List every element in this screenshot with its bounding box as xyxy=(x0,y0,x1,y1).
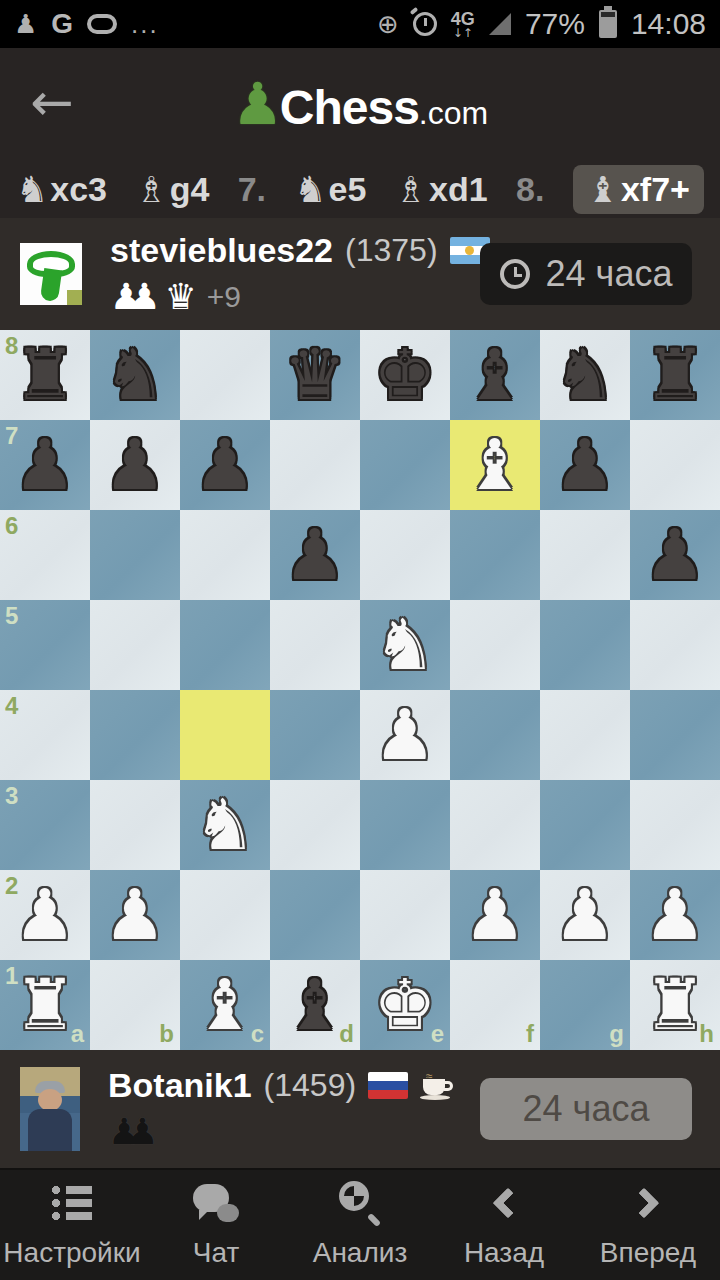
square-e3[interactable] xyxy=(360,780,450,870)
black-pawn-c7[interactable]: ♟ xyxy=(194,420,257,510)
square-d2[interactable] xyxy=(270,870,360,960)
rank-label-3: 3 xyxy=(5,782,18,810)
square-g2[interactable]: ♟ xyxy=(540,870,630,960)
square-f2[interactable]: ♟ xyxy=(450,870,540,960)
square-b5[interactable] xyxy=(90,600,180,690)
rank-label-4: 4 xyxy=(5,692,18,720)
square-d1[interactable]: d♝ xyxy=(270,960,360,1050)
logo-pawn-icon: ♟ xyxy=(232,70,284,138)
black-pawn-g7[interactable]: ♟ xyxy=(554,420,617,510)
square-b2[interactable]: ♟ xyxy=(90,870,180,960)
square-a8[interactable]: 8♜ xyxy=(0,330,90,420)
file-label-h: h xyxy=(699,1020,714,1048)
square-e1[interactable]: e♚ xyxy=(360,960,450,1050)
white-bishop-f7[interactable]: ♝ xyxy=(464,420,527,510)
black-rook-h8[interactable]: ♜ xyxy=(644,330,707,420)
white-pawn-h2[interactable]: ♟ xyxy=(644,870,707,960)
own-timer: 24 часа xyxy=(480,1078,692,1140)
data-saver-icon: ⊕ xyxy=(377,9,399,39)
chevron-right-icon xyxy=(628,1187,659,1218)
black-king-e8[interactable]: ♚ xyxy=(374,330,437,420)
square-a7[interactable]: 7♟ xyxy=(0,420,90,510)
square-d3[interactable] xyxy=(270,780,360,870)
material-advantage: +9 xyxy=(207,280,241,314)
rank-label-5: 5 xyxy=(5,602,18,630)
avatar[interactable] xyxy=(20,1067,80,1151)
file-label-a: a xyxy=(71,1020,84,1048)
rank-label-8: 8 xyxy=(5,332,18,360)
rank-label-2: 2 xyxy=(5,872,18,900)
move-list-bar: ♞ xc3 ♗ g4 7. ♞ e5 ♗ xd1 8. ♝ xf7+ xyxy=(0,160,720,218)
chesscom-logo: ♟ Chess .com xyxy=(232,70,488,138)
square-e5[interactable]: ♞ xyxy=(360,600,450,690)
move-nxc3[interactable]: ♞ xc3 xyxy=(16,169,107,210)
move-bg4[interactable]: ♗ g4 xyxy=(135,169,209,210)
square-c2[interactable] xyxy=(180,870,270,960)
square-h6[interactable]: ♟ xyxy=(630,510,720,600)
nav-analysis[interactable]: Анализ xyxy=(288,1170,432,1280)
move-number-7: 7. xyxy=(238,170,266,209)
own-player-bar: Botanik1 (1459) ≈ ♟♟ 24 часа xyxy=(0,1050,720,1168)
square-h8[interactable]: ♜ xyxy=(630,330,720,420)
white-bishop-c1[interactable]: ♝ xyxy=(194,960,257,1050)
square-d7[interactable] xyxy=(270,420,360,510)
square-g6[interactable] xyxy=(540,510,630,600)
avatar[interactable] xyxy=(20,243,82,305)
square-e4[interactable]: ♟ xyxy=(360,690,450,780)
bishop-icon: ♝ xyxy=(587,169,619,210)
opponent-timer: 24 часа xyxy=(480,243,692,305)
black-knight-g8[interactable]: ♞ xyxy=(554,330,617,420)
square-g5[interactable] xyxy=(540,600,630,690)
alarm-icon xyxy=(413,12,437,36)
white-knight-c3[interactable]: ♞ xyxy=(194,780,257,870)
bishop-icon: ♗ xyxy=(395,169,427,210)
own-rating: (1459) xyxy=(264,1067,357,1104)
square-b8[interactable]: ♞ xyxy=(90,330,180,420)
nav-forward[interactable]: Вперед xyxy=(576,1170,720,1280)
rank-label-7: 7 xyxy=(5,422,18,450)
google-notification-icon: G xyxy=(51,8,73,40)
square-c4[interactable] xyxy=(180,690,270,780)
square-a1[interactable]: 1a♜ xyxy=(0,960,90,1050)
square-f7[interactable]: ♝ xyxy=(450,420,540,510)
file-label-f: f xyxy=(526,1020,534,1048)
timer-clock-icon xyxy=(500,259,530,289)
square-b3[interactable] xyxy=(90,780,180,870)
square-f8[interactable]: ♝ xyxy=(450,330,540,420)
knight-icon: ♞ xyxy=(16,169,48,210)
clock-time: 14:08 xyxy=(631,7,706,41)
move-ne5[interactable]: ♞ e5 xyxy=(294,169,366,210)
file-label-g: g xyxy=(609,1020,624,1048)
black-pawn-a7[interactable]: ♟ xyxy=(14,420,77,510)
captured-pawns-icons: ♟♟ xyxy=(108,1111,159,1152)
chess-pawn-notification-icon: ♟ xyxy=(14,9,37,39)
square-c6[interactable] xyxy=(180,510,270,600)
online-badge xyxy=(67,290,82,305)
square-e7[interactable] xyxy=(360,420,450,510)
black-pawn-b7[interactable]: ♟ xyxy=(104,420,167,510)
opponent-player-bar: stevieblues22 (1375) ♟♟ ♛ +9 24 часа xyxy=(0,218,720,330)
square-f1[interactable]: f xyxy=(450,960,540,1050)
own-username[interactable]: Botanik1 xyxy=(108,1066,252,1105)
file-label-d: d xyxy=(339,1020,354,1048)
chevron-left-icon xyxy=(492,1187,523,1218)
square-h5[interactable] xyxy=(630,600,720,690)
square-b1[interactable]: b xyxy=(90,960,180,1050)
black-bishop-f8[interactable]: ♝ xyxy=(464,330,527,420)
square-h7[interactable] xyxy=(630,420,720,510)
square-b7[interactable]: ♟ xyxy=(90,420,180,510)
bottom-nav: Настройки Чат Анализ Назад Вперед xyxy=(0,1170,720,1280)
square-c3[interactable]: ♞ xyxy=(180,780,270,870)
square-h3[interactable] xyxy=(630,780,720,870)
white-pawn-f2[interactable]: ♟ xyxy=(464,870,527,960)
opponent-username[interactable]: stevieblues22 xyxy=(110,231,333,270)
square-g1[interactable]: g xyxy=(540,960,630,1050)
file-label-c: c xyxy=(251,1020,264,1048)
square-f4[interactable] xyxy=(450,690,540,780)
black-bishop-d1[interactable]: ♝ xyxy=(284,960,347,1050)
square-h2[interactable]: ♟ xyxy=(630,870,720,960)
move-bxd1[interactable]: ♗ xd1 xyxy=(395,169,488,210)
rank-label-1: 1 xyxy=(5,962,18,990)
opponent-rating: (1375) xyxy=(345,232,438,269)
more-notifications-icon: ... xyxy=(131,9,159,40)
file-label-e: e xyxy=(431,1020,444,1048)
black-queen-d8[interactable]: ♛ xyxy=(284,330,347,420)
square-f3[interactable] xyxy=(450,780,540,870)
oval-notification-icon xyxy=(87,14,117,34)
coffee-icon: ≈ xyxy=(420,1071,456,1101)
battery-percent: 77% xyxy=(525,7,585,41)
square-h4[interactable] xyxy=(630,690,720,780)
square-g3[interactable] xyxy=(540,780,630,870)
square-d5[interactable] xyxy=(270,600,360,690)
status-bar: ♟ G ... ⊕ 4G ↓↑ 77% 14:08 xyxy=(0,0,720,48)
nav-chat[interactable]: Чат xyxy=(144,1170,288,1280)
square-b4[interactable] xyxy=(90,690,180,780)
square-g8[interactable]: ♞ xyxy=(540,330,630,420)
square-c1[interactable]: c♝ xyxy=(180,960,270,1050)
black-rook-a8[interactable]: ♜ xyxy=(14,330,77,420)
white-pawn-a2[interactable]: ♟ xyxy=(14,870,77,960)
square-c5[interactable] xyxy=(180,600,270,690)
move-number-8: 8. xyxy=(516,170,544,209)
square-a3[interactable]: 3 xyxy=(0,780,90,870)
white-pawn-b2[interactable]: ♟ xyxy=(104,870,167,960)
square-a5[interactable]: 5 xyxy=(0,600,90,690)
square-e2[interactable] xyxy=(360,870,450,960)
square-g7[interactable]: ♟ xyxy=(540,420,630,510)
black-pawn-d6[interactable]: ♟ xyxy=(284,510,347,600)
back-arrow-button[interactable]: ← xyxy=(30,76,74,128)
move-bxf7-current[interactable]: ♝ xf7+ xyxy=(573,165,704,214)
square-e6[interactable] xyxy=(360,510,450,600)
square-e8[interactable]: ♚ xyxy=(360,330,450,420)
file-label-b: b xyxy=(159,1020,174,1048)
bishop-icon: ♗ xyxy=(135,169,167,210)
square-a6[interactable]: 6 xyxy=(0,510,90,600)
knight-icon: ♞ xyxy=(294,169,326,210)
black-pawn-h6[interactable]: ♟ xyxy=(644,510,707,600)
square-g4[interactable] xyxy=(540,690,630,780)
white-pawn-g2[interactable]: ♟ xyxy=(554,870,617,960)
nav-settings[interactable]: Настройки xyxy=(0,1170,144,1280)
square-a2[interactable]: 2♟ xyxy=(0,870,90,960)
battery-icon xyxy=(599,10,617,38)
square-b6[interactable] xyxy=(90,510,180,600)
analysis-icon xyxy=(337,1181,383,1225)
captured-pawns-icons: ♟♟ xyxy=(110,276,161,317)
nav-back[interactable]: Назад xyxy=(432,1170,576,1280)
chat-icon xyxy=(193,1184,239,1222)
network-type-indicator: 4G ↓↑ xyxy=(451,10,475,39)
black-knight-b8[interactable]: ♞ xyxy=(104,330,167,420)
square-d4[interactable] xyxy=(270,690,360,780)
square-c8[interactable] xyxy=(180,330,270,420)
captured-queen-icon: ♛ xyxy=(165,276,197,317)
app-header: ← ♟ Chess .com xyxy=(0,48,720,160)
square-c7[interactable]: ♟ xyxy=(180,420,270,510)
square-h1[interactable]: h♜ xyxy=(630,960,720,1050)
white-knight-e5[interactable]: ♞ xyxy=(374,600,437,690)
signal-strength-icon xyxy=(489,13,511,35)
white-king-e1[interactable]: ♚ xyxy=(374,960,437,1050)
square-f6[interactable] xyxy=(450,510,540,600)
chess-board[interactable]: 8♜♞♛♚♝♞♜7♟♟♟♝♟6♟♟5♞4♟3♞2♟♟♟♟♟1a♜bc♝d♝e♚f… xyxy=(0,330,720,1050)
square-d6[interactable]: ♟ xyxy=(270,510,360,600)
list-icon xyxy=(52,1185,92,1221)
square-d8[interactable]: ♛ xyxy=(270,330,360,420)
square-a4[interactable]: 4 xyxy=(0,690,90,780)
white-rook-a1[interactable]: ♜ xyxy=(14,960,77,1050)
rank-label-6: 6 xyxy=(5,512,18,540)
square-f5[interactable] xyxy=(450,600,540,690)
white-pawn-e4[interactable]: ♟ xyxy=(374,690,437,780)
white-rook-h1[interactable]: ♜ xyxy=(644,960,707,1050)
russia-flag-icon xyxy=(368,1072,408,1099)
